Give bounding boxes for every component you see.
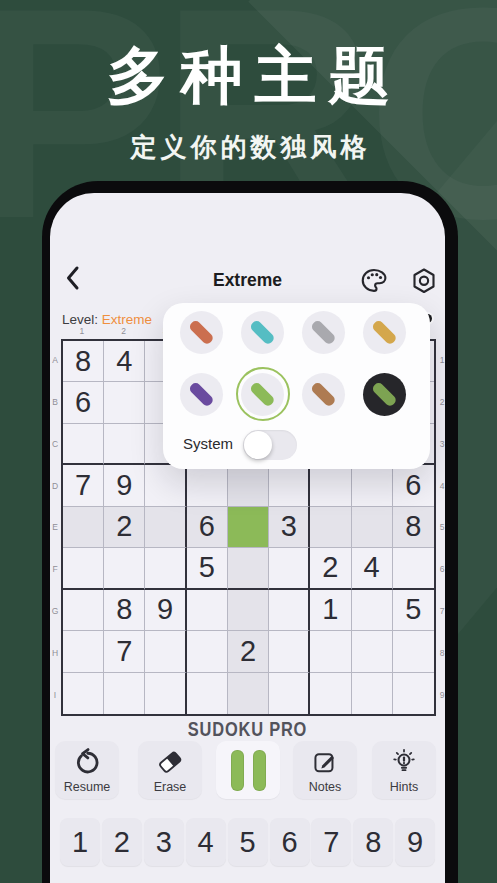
numpad-button-7[interactable]: 7 <box>311 818 351 866</box>
numpad-button-4[interactable]: 4 <box>186 818 226 866</box>
palette-icon <box>359 266 389 296</box>
theme-button[interactable] <box>358 265 390 297</box>
hints-button[interactable]: Hints <box>372 741 436 799</box>
sudoku-cell[interactable] <box>393 631 434 672</box>
sudoku-cell[interactable]: 6 <box>63 382 104 423</box>
column-label: 1 <box>61 325 103 337</box>
row-label: 6 <box>437 548 445 590</box>
sudoku-cell[interactable] <box>63 590 104 631</box>
sudoku-cell[interactable] <box>269 590 310 631</box>
sudoku-cell[interactable] <box>145 507 186 548</box>
row-label: F <box>50 548 60 590</box>
theme-stripe <box>310 319 337 346</box>
erase-label: Erase <box>154 779 187 799</box>
settings-button[interactable] <box>408 265 440 297</box>
theme-stripe <box>310 381 337 408</box>
sudoku-cell[interactable] <box>310 673 351 714</box>
row-label: 3 <box>437 423 445 465</box>
notes-button[interactable]: Notes <box>293 741 357 799</box>
sudoku-cell[interactable]: 8 <box>63 341 104 382</box>
numpad-button-8[interactable]: 8 <box>353 818 393 866</box>
theme-swatch-gray[interactable] <box>302 311 345 354</box>
resume-button[interactable]: Resume <box>55 741 119 799</box>
sudoku-cell[interactable]: 5 <box>393 590 434 631</box>
pause-icon <box>253 750 266 791</box>
row-label: E <box>50 507 60 549</box>
theme-stripe <box>249 381 276 408</box>
theme-stripe <box>371 381 398 408</box>
row-labels-right: 123456789 <box>437 339 445 716</box>
sudoku-cell[interactable] <box>187 631 228 672</box>
sudoku-cell[interactable] <box>352 465 393 506</box>
sudoku-cell[interactable] <box>228 507 269 548</box>
sudoku-cell[interactable] <box>352 631 393 672</box>
sudoku-cell[interactable] <box>269 548 310 589</box>
sudoku-cell[interactable] <box>104 382 145 423</box>
numpad-button-1[interactable]: 1 <box>60 818 100 866</box>
sudoku-cell[interactable]: 2 <box>228 631 269 672</box>
sudoku-cell[interactable] <box>63 424 104 465</box>
toggle-knob <box>244 431 272 459</box>
sudoku-cell[interactable]: 7 <box>63 465 104 506</box>
sudoku-cell[interactable] <box>352 673 393 714</box>
resume-label: Resume <box>64 779 111 799</box>
sudoku-cell[interactable] <box>352 507 393 548</box>
numpad-button-9[interactable]: 9 <box>395 818 435 866</box>
eraser-icon <box>156 745 184 779</box>
brand-text: SUDOKU PRO <box>86 718 410 741</box>
row-label: A <box>50 339 60 381</box>
sudoku-cell[interactable] <box>269 673 310 714</box>
sudoku-cell[interactable]: 9 <box>145 590 186 631</box>
row-label: 1 <box>437 339 445 381</box>
theme-stripe <box>371 319 398 346</box>
row-label: G <box>50 590 60 632</box>
row-label: 4 <box>437 465 445 507</box>
sudoku-cell[interactable]: 6 <box>393 465 434 506</box>
sudoku-cell[interactable]: 9 <box>104 465 145 506</box>
numpad-button-6[interactable]: 6 <box>270 818 310 866</box>
sudoku-cell[interactable] <box>228 548 269 589</box>
system-theme-label: System <box>183 435 233 452</box>
theme-swatch-orange[interactable] <box>180 311 223 354</box>
sudoku-cell[interactable] <box>104 548 145 589</box>
theme-swatch-green[interactable] <box>241 373 284 416</box>
row-label: C <box>50 423 60 465</box>
theme-swatch-teal[interactable] <box>241 311 284 354</box>
row-label: 5 <box>437 507 445 549</box>
sudoku-cell[interactable] <box>228 673 269 714</box>
sudoku-cell[interactable] <box>187 465 228 506</box>
sudoku-cell[interactable]: 3 <box>269 507 310 548</box>
theme-swatch-gold[interactable] <box>363 311 406 354</box>
numpad-button-5[interactable]: 5 <box>228 818 268 866</box>
sudoku-cell[interactable]: 5 <box>187 548 228 589</box>
row-label: 2 <box>437 381 445 423</box>
theme-swatch-purple[interactable] <box>180 373 223 416</box>
phone-mockup: Extreme <box>42 181 458 883</box>
sudoku-cell[interactable]: 4 <box>352 548 393 589</box>
pause-button[interactable] <box>216 741 280 799</box>
notes-label: Notes <box>309 779 342 799</box>
numpad-button-2[interactable]: 2 <box>102 818 142 866</box>
sudoku-cell[interactable]: 2 <box>104 507 145 548</box>
sudoku-cell[interactable] <box>145 631 186 672</box>
sudoku-cell[interactable]: 8 <box>393 507 434 548</box>
row-label: 9 <box>437 674 445 716</box>
erase-button[interactable]: Erase <box>138 741 202 799</box>
screenshot-root: PRO 多种主题 定义你的数独风格 Extreme <box>0 0 497 883</box>
row-label: H <box>50 632 60 674</box>
numpad-button-3[interactable]: 3 <box>144 818 184 866</box>
sudoku-cell[interactable] <box>63 507 104 548</box>
theme-stripe <box>188 381 215 408</box>
theme-swatch-dark[interactable] <box>363 373 406 416</box>
theme-stripe <box>188 319 215 346</box>
hero-subtitle: 定义你的数独风格 <box>0 130 497 165</box>
sudoku-cell[interactable]: 4 <box>104 341 145 382</box>
sudoku-cell[interactable]: 6 <box>187 507 228 548</box>
row-label: 7 <box>437 590 445 632</box>
sudoku-cell[interactable] <box>310 465 351 506</box>
sudoku-cell[interactable] <box>269 631 310 672</box>
theme-stripe <box>249 319 276 346</box>
sudoku-cell[interactable] <box>310 507 351 548</box>
sudoku-cell[interactable] <box>393 673 434 714</box>
sudoku-cell[interactable] <box>104 424 145 465</box>
row-label: D <box>50 465 60 507</box>
hero-title: 多种主题 <box>0 34 497 118</box>
sudoku-cell[interactable] <box>63 673 104 714</box>
system-theme-toggle[interactable] <box>243 430 297 460</box>
sudoku-cell[interactable] <box>145 673 186 714</box>
sudoku-cell[interactable] <box>187 590 228 631</box>
sudoku-cell[interactable]: 8 <box>104 590 145 631</box>
undo-icon <box>73 745 101 779</box>
theme-popup: System <box>163 303 430 469</box>
sudoku-cell[interactable] <box>269 465 310 506</box>
sudoku-cell[interactable] <box>393 548 434 589</box>
sudoku-cell[interactable] <box>187 673 228 714</box>
row-label: 8 <box>437 632 445 674</box>
sudoku-cell[interactable] <box>228 590 269 631</box>
sudoku-cell[interactable] <box>228 465 269 506</box>
gear-nut-icon <box>409 266 439 296</box>
sudoku-cell[interactable] <box>145 548 186 589</box>
column-label: 2 <box>103 325 145 337</box>
sudoku-cell[interactable]: 2 <box>310 548 351 589</box>
row-label: B <box>50 381 60 423</box>
row-label: I <box>50 674 60 716</box>
notes-icon <box>311 745 339 779</box>
sudoku-cell[interactable] <box>145 465 186 506</box>
sudoku-cell[interactable]: 1 <box>310 590 351 631</box>
hints-icon <box>390 745 418 779</box>
sudoku-cell[interactable] <box>352 590 393 631</box>
sudoku-cell[interactable]: 7 <box>104 631 145 672</box>
hints-label: Hints <box>390 779 418 799</box>
sudoku-cell[interactable] <box>104 673 145 714</box>
theme-swatch-brown[interactable] <box>302 373 345 416</box>
sudoku-cell[interactable] <box>63 631 104 672</box>
app-screen: Extreme <box>50 193 445 883</box>
sudoku-cell[interactable] <box>63 548 104 589</box>
row-labels-left: ABCDEFGHI <box>50 339 60 716</box>
pause-icon <box>231 750 244 791</box>
sudoku-cell[interactable] <box>310 631 351 672</box>
